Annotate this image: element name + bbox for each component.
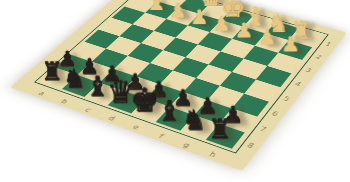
square-e7: ♟	[146, 84, 183, 107]
board-squares: ♜♞♝♛♚♝♞♜♟♟♟♟♟♟♟♟♟♟♟♟♟♟♟♟♜♞♝♛♚♝♞♜	[40, 0, 324, 149]
chess-board: ♜♞♝♛♚♝♞♜♟♟♟♟♟♟♟♟♟♟♟♟♟♟♟♟♜♞♝♛♚♝♞♜ abcdefg…	[10, 0, 346, 171]
photo-scene: ♜♞♝♛♚♝♞♜♟♟♟♟♟♟♟♟♟♟♟♟♟♟♟♟♜♞♝♛♚♝♞♜ abcdefg…	[0, 0, 350, 182]
board-frame-line: ♜♞♝♛♚♝♞♜♟♟♟♟♟♟♟♟♟♟♟♟♟♟♟♟♜♞♝♛♚♝♞♜	[34, 0, 329, 154]
piece-black-pawn: ♟	[58, 49, 77, 70]
chess-set-product-photo: { "game": "chess", "position": "rnbqkbnr…	[0, 0, 350, 182]
square-h8: ♜	[206, 124, 245, 149]
piece-camel-knight: ♞	[267, 12, 289, 36]
piece-camel-bishop: ♝	[244, 4, 266, 29]
square-e5	[173, 57, 209, 78]
